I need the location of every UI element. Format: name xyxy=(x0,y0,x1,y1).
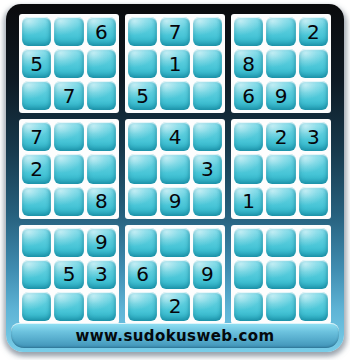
cell-r1c8[interactable] xyxy=(266,17,295,46)
cell-r4c2[interactable] xyxy=(54,122,83,151)
cell-r5c5[interactable] xyxy=(160,154,189,183)
cell-r8c2: 5 xyxy=(54,260,83,289)
box-3-2: 692 xyxy=(125,225,225,324)
box-1-1: 657 xyxy=(19,14,119,113)
cell-r7c7[interactable] xyxy=(234,228,263,257)
cell-r5c7[interactable] xyxy=(234,154,263,183)
cell-r7c1[interactable] xyxy=(22,228,51,257)
sudoku-grid: 6577152869728439231953692 xyxy=(19,14,331,324)
cell-r4c9: 3 xyxy=(299,122,328,151)
site-footer: www.sudokusweb.com xyxy=(11,323,339,348)
cell-r8c9[interactable] xyxy=(299,260,328,289)
cell-r6c8[interactable] xyxy=(266,187,295,216)
cell-r6c7: 1 xyxy=(234,187,263,216)
cell-r2c1: 5 xyxy=(22,49,51,78)
cell-r9c1[interactable] xyxy=(22,292,51,321)
cell-r3c1[interactable] xyxy=(22,81,51,110)
cell-r5c6: 3 xyxy=(193,154,222,183)
cell-r3c2: 7 xyxy=(54,81,83,110)
cell-r2c7: 8 xyxy=(234,49,263,78)
cell-r4c8: 2 xyxy=(266,122,295,151)
cell-r2c5: 1 xyxy=(160,49,189,78)
cell-r1c4[interactable] xyxy=(128,17,157,46)
cell-r1c9: 2 xyxy=(299,17,328,46)
cell-r8c6: 9 xyxy=(193,260,222,289)
cell-r3c4: 5 xyxy=(128,81,157,110)
cell-r7c3: 9 xyxy=(87,228,116,257)
cell-r8c5[interactable] xyxy=(160,260,189,289)
cell-r2c8[interactable] xyxy=(266,49,295,78)
cell-r2c2[interactable] xyxy=(54,49,83,78)
box-1-2: 715 xyxy=(125,14,225,113)
site-url: www.sudokusweb.com xyxy=(75,327,274,345)
cell-r6c5: 9 xyxy=(160,187,189,216)
cell-r8c4: 6 xyxy=(128,260,157,289)
cell-r2c6[interactable] xyxy=(193,49,222,78)
cell-r4c1: 7 xyxy=(22,122,51,151)
box-3-3 xyxy=(231,225,331,324)
cell-r1c6[interactable] xyxy=(193,17,222,46)
cell-r5c9[interactable] xyxy=(299,154,328,183)
cell-r5c3[interactable] xyxy=(87,154,116,183)
cell-r4c6[interactable] xyxy=(193,122,222,151)
cell-r7c4[interactable] xyxy=(128,228,157,257)
cell-r5c1: 2 xyxy=(22,154,51,183)
cell-r6c9[interactable] xyxy=(299,187,328,216)
cell-r1c7[interactable] xyxy=(234,17,263,46)
cell-r9c6[interactable] xyxy=(193,292,222,321)
box-2-2: 439 xyxy=(125,119,225,218)
cell-r7c2[interactable] xyxy=(54,228,83,257)
box-2-3: 231 xyxy=(231,119,331,218)
cell-r6c3: 8 xyxy=(87,187,116,216)
cell-r9c4[interactable] xyxy=(128,292,157,321)
cell-r1c3: 6 xyxy=(87,17,116,46)
cell-r7c9[interactable] xyxy=(299,228,328,257)
cell-r3c5[interactable] xyxy=(160,81,189,110)
cell-r9c8[interactable] xyxy=(266,292,295,321)
cell-r6c1[interactable] xyxy=(22,187,51,216)
cell-r7c5[interactable] xyxy=(160,228,189,257)
cell-r8c7[interactable] xyxy=(234,260,263,289)
cell-r9c5: 2 xyxy=(160,292,189,321)
cell-r9c7[interactable] xyxy=(234,292,263,321)
box-3-1: 953 xyxy=(19,225,119,324)
cell-r9c9[interactable] xyxy=(299,292,328,321)
cell-r6c4[interactable] xyxy=(128,187,157,216)
cell-r1c1[interactable] xyxy=(22,17,51,46)
cell-r7c8[interactable] xyxy=(266,228,295,257)
cell-r8c1[interactable] xyxy=(22,260,51,289)
sudoku-board: 6577152869728439231953692 www.sudokusweb… xyxy=(6,4,344,352)
cell-r4c3[interactable] xyxy=(87,122,116,151)
cell-r4c4[interactable] xyxy=(128,122,157,151)
cell-r7c6[interactable] xyxy=(193,228,222,257)
cell-r9c2[interactable] xyxy=(54,292,83,321)
cell-r1c5: 7 xyxy=(160,17,189,46)
cell-r2c3[interactable] xyxy=(87,49,116,78)
cell-r2c9[interactable] xyxy=(299,49,328,78)
cell-r8c8[interactable] xyxy=(266,260,295,289)
cell-r3c9[interactable] xyxy=(299,81,328,110)
cell-r5c4[interactable] xyxy=(128,154,157,183)
cell-r6c6[interactable] xyxy=(193,187,222,216)
cell-r3c8: 9 xyxy=(266,81,295,110)
cell-r8c3: 3 xyxy=(87,260,116,289)
cell-r5c8[interactable] xyxy=(266,154,295,183)
cell-r9c3[interactable] xyxy=(87,292,116,321)
cell-r4c5: 4 xyxy=(160,122,189,151)
cell-r5c2[interactable] xyxy=(54,154,83,183)
cell-r2c4[interactable] xyxy=(128,49,157,78)
box-1-3: 2869 xyxy=(231,14,331,113)
cell-r3c3[interactable] xyxy=(87,81,116,110)
box-2-1: 728 xyxy=(19,119,119,218)
cell-r3c6[interactable] xyxy=(193,81,222,110)
cell-r4c7[interactable] xyxy=(234,122,263,151)
cell-r3c7: 6 xyxy=(234,81,263,110)
cell-r6c2[interactable] xyxy=(54,187,83,216)
cell-r1c2[interactable] xyxy=(54,17,83,46)
